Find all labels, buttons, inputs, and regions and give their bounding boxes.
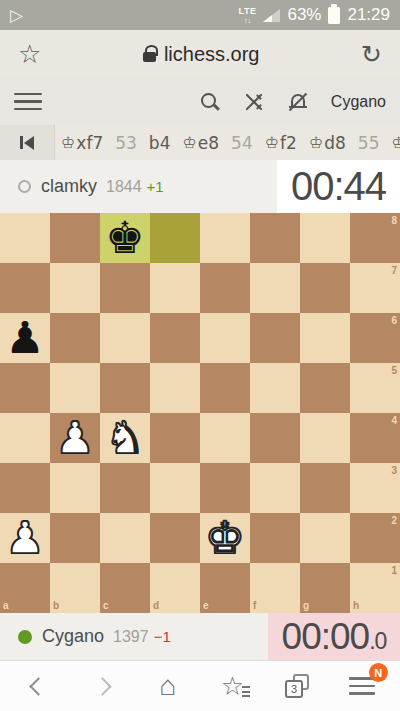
square-b3[interactable]: [50, 463, 100, 513]
rank-label-8: 8: [391, 216, 397, 226]
square-f8[interactable]: [250, 213, 300, 263]
battery-icon: [328, 7, 340, 24]
offline-indicator-icon: [18, 180, 31, 193]
move-token[interactable]: ♔e8: [176, 125, 225, 160]
network-type-indicator: LTE ↑↓: [239, 7, 257, 24]
white-pawn-b4[interactable]: ♟: [55, 416, 94, 460]
play-store-icon: ▷: [10, 7, 23, 24]
square-g1[interactable]: g: [300, 563, 350, 613]
player-clock-main: 00:00: [282, 616, 370, 658]
king-piece-glyph: ♔: [182, 133, 196, 152]
rank-label-2: 2: [391, 516, 397, 526]
square-d2[interactable]: [150, 513, 200, 563]
forward-button[interactable]: [83, 666, 123, 706]
square-f4[interactable]: [250, 413, 300, 463]
player-name[interactable]: Cygano: [42, 626, 104, 647]
player-rating-change: −1: [154, 628, 171, 645]
tabs-button[interactable]: 3: [277, 666, 317, 706]
square-e1[interactable]: e: [200, 563, 250, 613]
file-label-c: c: [103, 601, 109, 611]
home-button[interactable]: ⌂: [148, 666, 188, 706]
square-h4[interactable]: 4: [350, 413, 400, 463]
bookmarks-button[interactable]: ☆: [212, 666, 252, 706]
reload-icon[interactable]: ↻: [361, 42, 382, 67]
square-c8[interactable]: ♚: [100, 213, 150, 263]
square-b6[interactable]: [50, 313, 100, 363]
back-button[interactable]: [18, 666, 58, 706]
player-clock-tenths: .0: [369, 628, 386, 655]
square-b4[interactable]: ♟: [50, 413, 100, 463]
square-e6[interactable]: [200, 313, 250, 363]
square-f2[interactable]: [250, 513, 300, 563]
player-row: Cygano 1397 −1 00:00 .0: [0, 613, 400, 660]
data-arrows-icon: ↑↓: [244, 17, 251, 24]
square-c4[interactable]: ♞: [100, 413, 150, 463]
square-e3[interactable]: [200, 463, 250, 513]
notifications-muted-icon[interactable]: [287, 91, 309, 113]
file-label-g: g: [303, 601, 309, 611]
square-g6[interactable]: [300, 313, 350, 363]
square-b5[interactable]: [50, 363, 100, 413]
tabs-icon: 3: [285, 674, 309, 698]
square-d7[interactable]: [150, 263, 200, 313]
square-a6[interactable]: ♟: [0, 313, 50, 363]
square-g3[interactable]: [300, 463, 350, 513]
square-d1[interactable]: d: [150, 563, 200, 613]
back-icon: [29, 677, 47, 695]
move-number: 53: [109, 125, 143, 160]
header-username[interactable]: Cygano: [331, 93, 386, 111]
square-c3[interactable]: [100, 463, 150, 513]
forward-icon: [94, 677, 112, 695]
square-h8[interactable]: 8: [350, 213, 400, 263]
square-h7[interactable]: 7: [350, 263, 400, 313]
square-e2[interactable]: ♚: [200, 513, 250, 563]
square-g7[interactable]: [300, 263, 350, 313]
browser-nav-bar: ⌂ ☆ 3 N: [0, 660, 400, 711]
square-a8[interactable]: [0, 213, 50, 263]
square-e4[interactable]: [200, 413, 250, 463]
opponent-rating: 1844: [106, 178, 142, 196]
king-piece-glyph: ♔: [391, 133, 400, 152]
go-to-first-move-button[interactable]: [0, 125, 55, 160]
file-label-e: e: [203, 601, 209, 611]
network-label: LTE: [239, 7, 257, 16]
square-g2[interactable]: [300, 513, 350, 563]
rank-label-1: 1: [391, 566, 397, 576]
square-c6[interactable]: [100, 313, 150, 363]
player-clock: 00:00 .0: [268, 613, 400, 660]
king-piece-glyph: ♔: [309, 133, 323, 152]
lock-icon: [143, 52, 156, 62]
browser-menu-button[interactable]: N: [342, 666, 382, 706]
browser-url-bar: ☆ lichess.org ↻: [0, 30, 400, 78]
file-label-d: d: [153, 601, 159, 611]
square-c7[interactable]: [100, 263, 150, 313]
file-label-f: f: [253, 601, 256, 611]
square-f3[interactable]: [250, 463, 300, 513]
home-icon: ⌂: [159, 672, 176, 700]
white-knight-c4[interactable]: ♞: [105, 416, 144, 460]
opponent-row: clamky 1844 +1 00:44: [0, 160, 400, 213]
white-king-e2[interactable]: ♚: [205, 516, 244, 560]
square-a2[interactable]: ♟: [0, 513, 50, 563]
file-label-h: h: [353, 601, 359, 611]
square-d5[interactable]: [150, 363, 200, 413]
square-c2[interactable]: [100, 513, 150, 563]
opponent-clock: 00:44: [277, 160, 400, 213]
bookmarks-lines-icon: [242, 686, 250, 697]
rank-label-3: 3: [391, 466, 397, 476]
signal-strength-icon: [263, 9, 280, 22]
black-king-c8[interactable]: ♚: [105, 216, 144, 260]
move-number: 54: [225, 125, 259, 160]
square-h5[interactable]: 5: [350, 363, 400, 413]
square-d3[interactable]: [150, 463, 200, 513]
square-f7[interactable]: [250, 263, 300, 313]
square-a4[interactable]: [0, 413, 50, 463]
square-h1[interactable]: h1: [350, 563, 400, 613]
file-label-b: b: [53, 601, 59, 611]
square-c1[interactable]: c: [100, 563, 150, 613]
square-a7[interactable]: [0, 263, 50, 313]
square-f5[interactable]: [250, 363, 300, 413]
square-a3[interactable]: [0, 463, 50, 513]
rank-label-6: 6: [391, 316, 397, 326]
chess-board[interactable]: ♚87♟65♟♞43♟♚2abcdefgh1: [0, 213, 400, 613]
square-e8[interactable]: [200, 213, 250, 263]
square-a5[interactable]: [0, 363, 50, 413]
url-text: lichess.org: [164, 43, 260, 66]
battery-percent: 63%: [287, 5, 321, 25]
status-bar: ▷ LTE ↑↓ 63% 21:29: [0, 0, 400, 30]
move-list-bar: ♔xf753b4♔e854♔f2♔d855♔e2♔c80-1: [0, 125, 400, 160]
move-token[interactable]: ♔e2: [385, 125, 400, 160]
opponent-rating-change: +1: [147, 178, 164, 195]
square-g5[interactable]: [300, 363, 350, 413]
hamburger-menu-icon[interactable]: [14, 93, 42, 111]
square-b7[interactable]: [50, 263, 100, 313]
square-b1[interactable]: b: [50, 563, 100, 613]
bookmark-star-icon[interactable]: ☆: [18, 39, 41, 70]
challenges-icon[interactable]: [243, 91, 265, 113]
rank-label-4: 4: [391, 416, 397, 426]
rank-label-5: 5: [391, 366, 397, 376]
square-h6[interactable]: 6: [350, 313, 400, 363]
move-token[interactable]: b4: [143, 125, 177, 160]
file-label-a: a: [3, 601, 9, 611]
browser-menu-icon: [349, 677, 375, 695]
rank-label-7: 7: [391, 266, 397, 276]
square-h2[interactable]: 2: [350, 513, 400, 563]
square-d6[interactable]: [150, 313, 200, 363]
address-field[interactable]: lichess.org: [41, 43, 361, 66]
square-b8[interactable]: [50, 213, 100, 263]
move-token[interactable]: ♔xf7: [55, 125, 109, 160]
king-piece-glyph: ♔: [265, 133, 279, 152]
search-icon[interactable]: [199, 91, 221, 113]
square-f1[interactable]: f: [250, 563, 300, 613]
phone-screen: ▷ LTE ↑↓ 63% 21:29 ☆ lichess.org ↻ Cygan…: [0, 0, 400, 711]
square-d4[interactable]: [150, 413, 200, 463]
status-time: 21:29: [347, 5, 390, 25]
move-number: 55: [352, 125, 386, 160]
square-g8[interactable]: [300, 213, 350, 263]
square-f6[interactable]: [250, 313, 300, 363]
square-e7[interactable]: [200, 263, 250, 313]
player-rating: 1397: [113, 628, 149, 646]
first-move-icon: [24, 136, 34, 150]
king-piece-glyph: ♔: [61, 133, 75, 152]
site-header: Cygano: [0, 78, 400, 125]
opponent-name[interactable]: clamky: [41, 176, 97, 197]
white-pawn-a2[interactable]: ♟: [5, 516, 44, 560]
online-indicator-icon: [18, 630, 32, 644]
black-pawn-a6[interactable]: ♟: [5, 316, 44, 360]
square-e5[interactable]: [200, 363, 250, 413]
square-d8[interactable]: [150, 213, 200, 263]
square-a1[interactable]: a: [0, 563, 50, 613]
bookmarks-star-icon: ☆: [221, 673, 244, 699]
square-h3[interactable]: 3: [350, 463, 400, 513]
tabs-count: 3: [285, 680, 303, 698]
move-list: ♔xf753b4♔e854♔f2♔d855♔e2♔c80-1: [55, 125, 400, 160]
square-c5[interactable]: [100, 363, 150, 413]
move-token[interactable]: ♔d8: [303, 125, 352, 160]
square-b2[interactable]: [50, 513, 100, 563]
square-g4[interactable]: [300, 413, 350, 463]
notification-badge: N: [369, 663, 388, 682]
move-token[interactable]: ♔f2: [259, 125, 303, 160]
